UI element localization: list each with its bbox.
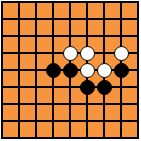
intersection-r8c5[interactable] — [79, 130, 96, 141]
intersection-r6c0[interactable] — [0, 96, 11, 113]
intersection-r1c3[interactable] — [45, 11, 62, 28]
intersection-r8c0[interactable] — [0, 130, 11, 141]
intersection-r6c5[interactable] — [79, 96, 96, 113]
intersection-r3c4[interactable] — [62, 45, 79, 62]
intersection-r7c2[interactable] — [28, 113, 45, 130]
intersection-r2c8[interactable] — [130, 28, 141, 45]
white-stone[interactable] — [80, 63, 95, 78]
intersection-r2c1[interactable] — [11, 28, 28, 45]
intersection-r5c3[interactable] — [45, 79, 62, 96]
intersection-r3c0[interactable] — [0, 45, 11, 62]
intersection-r1c7[interactable] — [113, 11, 130, 28]
intersection-r4c6[interactable] — [96, 62, 113, 79]
intersection-r3c5[interactable] — [79, 45, 96, 62]
intersection-r7c6[interactable] — [96, 113, 113, 130]
intersection-r0c8[interactable] — [130, 0, 141, 11]
intersection-r7c7[interactable] — [113, 113, 130, 130]
intersection-r4c0[interactable] — [0, 62, 11, 79]
intersection-r6c1[interactable] — [11, 96, 28, 113]
intersection-r1c1[interactable] — [11, 11, 28, 28]
intersection-r4c7[interactable] — [113, 62, 130, 79]
white-stone[interactable] — [97, 63, 112, 78]
intersection-r8c4[interactable] — [62, 130, 79, 141]
black-stone[interactable] — [80, 80, 95, 95]
intersection-r1c5[interactable] — [79, 11, 96, 28]
intersection-r5c2[interactable] — [28, 79, 45, 96]
intersection-r1c0[interactable] — [0, 11, 11, 28]
intersection-r8c3[interactable] — [45, 130, 62, 141]
intersection-r6c4[interactable] — [62, 96, 79, 113]
intersection-r5c8[interactable] — [130, 79, 141, 96]
intersection-r5c7[interactable] — [113, 79, 130, 96]
intersection-r5c4[interactable] — [62, 79, 79, 96]
intersection-r0c7[interactable] — [113, 0, 130, 11]
intersection-r2c2[interactable] — [28, 28, 45, 45]
intersection-r0c3[interactable] — [45, 0, 62, 11]
intersection-r4c1[interactable] — [11, 62, 28, 79]
intersection-r0c5[interactable] — [79, 0, 96, 11]
intersection-r1c8[interactable] — [130, 11, 141, 28]
white-stone[interactable] — [80, 46, 95, 61]
intersection-r7c5[interactable] — [79, 113, 96, 130]
intersection-r6c3[interactable] — [45, 96, 62, 113]
intersection-r7c4[interactable] — [62, 113, 79, 130]
intersection-r0c6[interactable] — [96, 0, 113, 11]
black-stone[interactable] — [97, 80, 112, 95]
intersection-r2c6[interactable] — [96, 28, 113, 45]
intersection-r5c1[interactable] — [11, 79, 28, 96]
intersection-r4c4[interactable] — [62, 62, 79, 79]
intersection-r4c2[interactable] — [28, 62, 45, 79]
intersection-r2c3[interactable] — [45, 28, 62, 45]
intersection-r8c8[interactable] — [130, 130, 141, 141]
intersection-r4c3[interactable] — [45, 62, 62, 79]
intersection-r2c7[interactable] — [113, 28, 130, 45]
intersection-r8c1[interactable] — [11, 130, 28, 141]
intersection-r0c0[interactable] — [0, 0, 11, 11]
intersection-r1c2[interactable] — [28, 11, 45, 28]
intersection-r7c8[interactable] — [130, 113, 141, 130]
intersection-r8c2[interactable] — [28, 130, 45, 141]
intersection-r7c0[interactable] — [0, 113, 11, 130]
black-stone[interactable] — [46, 63, 61, 78]
intersection-r0c1[interactable] — [11, 0, 28, 11]
intersection-r2c4[interactable] — [62, 28, 79, 45]
intersection-r2c5[interactable] — [79, 28, 96, 45]
board-grid — [0, 0, 140, 140]
intersection-r6c2[interactable] — [28, 96, 45, 113]
intersection-r8c7[interactable] — [113, 130, 130, 141]
intersection-r5c5[interactable] — [79, 79, 96, 96]
intersection-r5c0[interactable] — [0, 79, 11, 96]
go-board — [0, 0, 140, 140]
intersection-r3c7[interactable] — [113, 45, 130, 62]
intersection-r3c3[interactable] — [45, 45, 62, 62]
intersection-r7c1[interactable] — [11, 113, 28, 130]
intersection-r4c5[interactable] — [79, 62, 96, 79]
intersection-r3c8[interactable] — [130, 45, 141, 62]
intersection-r6c7[interactable] — [113, 96, 130, 113]
intersection-r6c6[interactable] — [96, 96, 113, 113]
intersection-r1c4[interactable] — [62, 11, 79, 28]
intersection-r0c4[interactable] — [62, 0, 79, 11]
intersection-r3c2[interactable] — [28, 45, 45, 62]
intersection-r6c8[interactable] — [130, 96, 141, 113]
intersection-r4c8[interactable] — [130, 62, 141, 79]
intersection-r3c6[interactable] — [96, 45, 113, 62]
intersection-r3c1[interactable] — [11, 45, 28, 62]
intersection-r8c6[interactable] — [96, 130, 113, 141]
black-stone[interactable] — [63, 63, 78, 78]
intersection-r2c0[interactable] — [0, 28, 11, 45]
black-stone[interactable] — [114, 63, 129, 78]
intersection-r5c6[interactable] — [96, 79, 113, 96]
white-stone[interactable] — [114, 46, 129, 61]
intersection-r7c3[interactable] — [45, 113, 62, 130]
intersection-r1c6[interactable] — [96, 11, 113, 28]
white-stone[interactable] — [63, 46, 78, 61]
intersection-r0c2[interactable] — [28, 0, 45, 11]
